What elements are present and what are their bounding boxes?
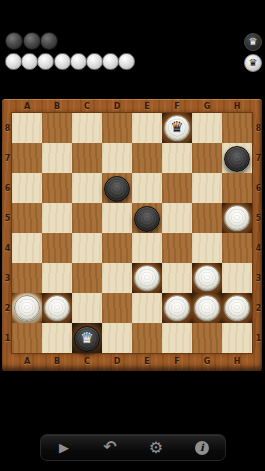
square-d7[interactable] [102,143,132,173]
rank-labels-right: 87654321 [254,113,263,353]
square-h2[interactable] [222,293,252,323]
captured-piece-light [70,53,87,70]
square-b8[interactable] [42,113,72,143]
square-d6[interactable] [102,173,132,203]
white-man[interactable] [164,295,190,321]
bottom-toolbar: ▶ ↶ ⚙ i [40,434,226,461]
square-e6[interactable] [132,173,162,203]
file-label: B [42,101,72,112]
square-g2[interactable] [192,293,222,323]
white-man[interactable] [194,295,220,321]
square-h8[interactable] [222,113,252,143]
square-a5[interactable] [12,203,42,233]
info-icon: i [195,441,209,455]
white-man[interactable] [224,205,250,231]
square-g8[interactable] [192,113,222,143]
square-a1[interactable] [12,323,42,353]
captured-piece-light [21,53,38,70]
rank-label: 6 [3,173,12,203]
rank-label: 1 [3,323,12,353]
square-a6[interactable] [12,173,42,203]
play-button[interactable]: ▶ [49,436,79,460]
checkers-board: ABCDEFGH ABCDEFGH 87654321 87654321 ♛♛ [2,99,262,371]
info-button[interactable]: i [187,436,217,460]
square-h4[interactable] [222,233,252,263]
square-d5[interactable] [102,203,132,233]
rank-label: 1 [254,323,263,353]
captured-piece-light [102,53,119,70]
white-man[interactable] [194,265,220,291]
square-e1[interactable] [132,323,162,353]
white-man[interactable] [134,265,160,291]
square-g5[interactable] [192,203,222,233]
square-f7[interactable] [162,143,192,173]
file-label: B [42,356,72,367]
square-c5[interactable] [72,203,102,233]
settings-button[interactable]: ⚙ [141,436,171,460]
captured-pieces-tray [5,31,135,71]
rank-label: 4 [3,233,12,263]
file-label: G [192,356,222,367]
captured-piece-light [54,53,71,70]
captured-piece-light [118,53,135,70]
rank-label: 3 [254,263,263,293]
file-label: H [222,101,252,112]
square-f1[interactable] [162,323,192,353]
file-labels-top: ABCDEFGH [12,101,252,112]
white-man[interactable] [14,295,40,321]
square-a3[interactable] [12,263,42,293]
square-b4[interactable] [42,233,72,263]
rank-label: 8 [3,113,12,143]
square-b5[interactable] [42,203,72,233]
file-label: A [12,101,42,112]
rank-label: 5 [3,203,12,233]
square-h5[interactable] [222,203,252,233]
king-crown-icon: ♛ [165,115,189,139]
square-a4[interactable] [12,233,42,263]
undo-button[interactable]: ↶ [95,435,125,459]
square-d4[interactable] [102,233,132,263]
square-a2[interactable] [12,293,42,323]
square-h7[interactable] [222,143,252,173]
rank-label: 2 [3,293,12,323]
square-b7[interactable] [42,143,72,173]
square-e2[interactable] [132,293,162,323]
square-f2[interactable] [162,293,192,323]
file-label: E [132,101,162,112]
file-label: F [162,356,192,367]
rank-labels-left: 87654321 [3,113,12,353]
square-d3[interactable] [102,263,132,293]
square-e8[interactable] [132,113,162,143]
square-g4[interactable] [192,233,222,263]
dark-crown-button[interactable]: ♛ [244,33,262,51]
square-e7[interactable] [132,143,162,173]
rank-label: 7 [254,143,263,173]
square-c8[interactable] [72,113,102,143]
square-c1[interactable]: ♛ [72,323,102,353]
rank-label: 6 [254,173,263,203]
square-a8[interactable] [12,113,42,143]
board-grid: ♛♛ [12,113,252,353]
square-f5[interactable] [162,203,192,233]
rank-label: 8 [254,113,263,143]
file-label: A [12,356,42,367]
square-c3[interactable] [72,263,102,293]
rank-label: 3 [3,263,12,293]
square-c6[interactable] [72,173,102,203]
white-king[interactable]: ♛ [164,115,190,141]
captured-piece-dark [40,32,58,50]
file-label: D [102,101,132,112]
captured-piece-dark [5,32,23,50]
square-f3[interactable] [162,263,192,293]
captured-piece-dark [23,32,41,50]
black-man[interactable] [224,146,250,172]
crown-icon: ♛ [249,58,258,68]
black-man[interactable] [104,176,130,202]
rank-label: 7 [3,143,12,173]
square-g7[interactable] [192,143,222,173]
square-b2[interactable] [42,293,72,323]
file-label: C [72,101,102,112]
square-h3[interactable] [222,263,252,293]
app-screen: ♛ ♛ ABCDEFGH ABCDEFGH 87654321 87654321 … [0,0,265,471]
captured-piece-light [86,53,103,70]
crown-icon: ♛ [249,37,258,47]
file-label: E [132,356,162,367]
square-d2[interactable] [102,293,132,323]
square-g6[interactable] [192,173,222,203]
captured-piece-light [37,53,54,70]
square-f8[interactable]: ♛ [162,113,192,143]
square-e4[interactable] [132,233,162,263]
square-e3[interactable] [132,263,162,293]
rank-label: 2 [254,293,263,323]
square-c2[interactable] [72,293,102,323]
king-crown-icon: ♛ [75,326,99,350]
black-king[interactable]: ♛ [74,326,100,352]
black-man[interactable] [134,206,160,232]
square-g1[interactable] [192,323,222,353]
square-c7[interactable] [72,143,102,173]
square-g3[interactable] [192,263,222,293]
square-d1[interactable] [102,323,132,353]
captured-piece-light [5,53,22,70]
captured-dark-row [5,31,135,51]
square-b6[interactable] [42,173,72,203]
square-b3[interactable] [42,263,72,293]
white-man[interactable] [44,295,70,321]
square-b1[interactable] [42,323,72,353]
captured-light-row [5,51,135,71]
square-e5[interactable] [132,203,162,233]
file-label: C [72,356,102,367]
square-a7[interactable] [12,143,42,173]
file-labels-bottom: ABCDEFGH [12,356,252,367]
file-label: D [102,356,132,367]
rank-label: 4 [254,233,263,263]
square-f4[interactable] [162,233,192,263]
file-label: G [192,101,222,112]
square-h6[interactable] [222,173,252,203]
rank-label: 5 [254,203,263,233]
square-c4[interactable] [72,233,102,263]
file-label: H [222,356,252,367]
file-label: F [162,101,192,112]
light-crown-button[interactable]: ♛ [244,54,262,72]
square-d8[interactable] [102,113,132,143]
square-h1[interactable] [222,323,252,353]
white-man[interactable] [224,295,250,321]
square-f6[interactable] [162,173,192,203]
